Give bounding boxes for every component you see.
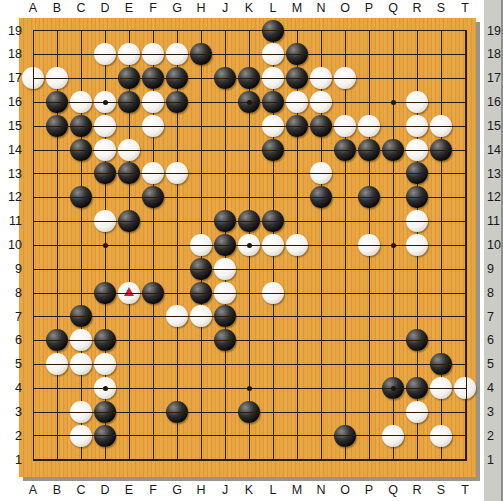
intersection-B15[interactable]: [45, 114, 69, 138]
intersection-B4[interactable]: [45, 376, 69, 400]
intersection-H5[interactable]: [189, 353, 213, 377]
intersection-C10[interactable]: [69, 233, 93, 257]
intersection-P10[interactable]: [357, 233, 381, 257]
intersection-L2[interactable]: [261, 424, 285, 448]
intersection-D9[interactable]: [93, 257, 117, 281]
intersection-M1[interactable]: [285, 448, 309, 472]
intersection-S6[interactable]: [429, 329, 453, 353]
intersection-O16[interactable]: [333, 90, 357, 114]
intersection-J8[interactable]: [213, 281, 237, 305]
intersection-C14[interactable]: [69, 138, 93, 162]
intersection-B14[interactable]: [45, 138, 69, 162]
intersection-Q8[interactable]: [381, 281, 405, 305]
intersection-C6[interactable]: [69, 329, 93, 353]
intersection-M8[interactable]: [285, 281, 309, 305]
intersection-R11[interactable]: [405, 210, 429, 234]
intersection-B6[interactable]: [45, 329, 69, 353]
intersection-S1[interactable]: [429, 448, 453, 472]
intersection-L9[interactable]: [261, 257, 285, 281]
intersection-D14[interactable]: [93, 138, 117, 162]
intersection-J16[interactable]: [213, 90, 237, 114]
intersection-K6[interactable]: [237, 329, 261, 353]
intersection-O12[interactable]: [333, 186, 357, 210]
intersection-Q7[interactable]: [381, 305, 405, 329]
intersection-S8[interactable]: [429, 281, 453, 305]
intersection-A11[interactable]: [21, 210, 45, 234]
intersection-G10[interactable]: [165, 233, 189, 257]
intersection-G1[interactable]: [165, 448, 189, 472]
intersection-B5[interactable]: [45, 353, 69, 377]
intersection-M4[interactable]: [285, 376, 309, 400]
intersection-E11[interactable]: [117, 210, 141, 234]
intersection-H14[interactable]: [189, 138, 213, 162]
intersection-A2[interactable]: [21, 424, 45, 448]
intersection-R5[interactable]: [405, 353, 429, 377]
intersection-O11[interactable]: [333, 210, 357, 234]
intersection-L5[interactable]: [261, 353, 285, 377]
intersection-L14[interactable]: [261, 138, 285, 162]
intersection-H8[interactable]: [189, 281, 213, 305]
intersection-M2[interactable]: [285, 424, 309, 448]
intersection-L11[interactable]: [261, 210, 285, 234]
intersection-E1[interactable]: [117, 448, 141, 472]
intersection-Q17[interactable]: [381, 67, 405, 91]
intersection-E9[interactable]: [117, 257, 141, 281]
intersection-T11[interactable]: [453, 210, 477, 234]
intersection-T14[interactable]: [453, 138, 477, 162]
intersection-C13[interactable]: [69, 162, 93, 186]
intersection-M12[interactable]: [285, 186, 309, 210]
intersection-F3[interactable]: [141, 400, 165, 424]
intersection-T9[interactable]: [453, 257, 477, 281]
intersection-R4[interactable]: [405, 376, 429, 400]
intersection-S18[interactable]: [429, 43, 453, 67]
intersection-T10[interactable]: [453, 233, 477, 257]
intersection-P14[interactable]: [357, 138, 381, 162]
intersection-G7[interactable]: [165, 305, 189, 329]
intersection-R3[interactable]: [405, 400, 429, 424]
intersection-B11[interactable]: [45, 210, 69, 234]
intersection-J17[interactable]: [213, 67, 237, 91]
intersection-C2[interactable]: [69, 424, 93, 448]
intersection-C8[interactable]: [69, 281, 93, 305]
intersection-J12[interactable]: [213, 186, 237, 210]
intersection-C9[interactable]: [69, 257, 93, 281]
intersection-S19[interactable]: [429, 19, 453, 43]
intersection-N1[interactable]: [309, 448, 333, 472]
intersection-B8[interactable]: [45, 281, 69, 305]
intersection-F13[interactable]: [141, 162, 165, 186]
intersection-Q11[interactable]: [381, 210, 405, 234]
intersection-Q18[interactable]: [381, 43, 405, 67]
intersection-A10[interactable]: [21, 233, 45, 257]
intersection-J3[interactable]: [213, 400, 237, 424]
intersection-J1[interactable]: [213, 448, 237, 472]
intersection-K5[interactable]: [237, 353, 261, 377]
intersection-S9[interactable]: [429, 257, 453, 281]
intersection-E15[interactable]: [117, 114, 141, 138]
intersection-G5[interactable]: [165, 353, 189, 377]
intersection-P13[interactable]: [357, 162, 381, 186]
intersection-T6[interactable]: [453, 329, 477, 353]
intersection-G17[interactable]: [165, 67, 189, 91]
intersection-C4[interactable]: [69, 376, 93, 400]
intersection-K12[interactable]: [237, 186, 261, 210]
intersection-A5[interactable]: [21, 353, 45, 377]
intersection-P11[interactable]: [357, 210, 381, 234]
intersection-N12[interactable]: [309, 186, 333, 210]
intersection-C17[interactable]: [69, 67, 93, 91]
intersection-M9[interactable]: [285, 257, 309, 281]
intersection-T17[interactable]: [453, 67, 477, 91]
intersection-F18[interactable]: [141, 43, 165, 67]
intersection-M15[interactable]: [285, 114, 309, 138]
intersection-P1[interactable]: [357, 448, 381, 472]
intersection-S5[interactable]: [429, 353, 453, 377]
intersection-L8[interactable]: [261, 281, 285, 305]
intersection-K11[interactable]: [237, 210, 261, 234]
intersection-R8[interactable]: [405, 281, 429, 305]
intersection-S15[interactable]: [429, 114, 453, 138]
intersection-A14[interactable]: [21, 138, 45, 162]
intersection-P17[interactable]: [357, 67, 381, 91]
intersection-F9[interactable]: [141, 257, 165, 281]
intersection-C18[interactable]: [69, 43, 93, 67]
intersection-R9[interactable]: [405, 257, 429, 281]
intersection-T2[interactable]: [453, 424, 477, 448]
intersection-O15[interactable]: [333, 114, 357, 138]
intersection-R18[interactable]: [405, 43, 429, 67]
intersection-B3[interactable]: [45, 400, 69, 424]
intersection-M17[interactable]: [285, 67, 309, 91]
intersection-Q15[interactable]: [381, 114, 405, 138]
intersection-E4[interactable]: [117, 376, 141, 400]
intersection-A8[interactable]: [21, 281, 45, 305]
intersection-H2[interactable]: [189, 424, 213, 448]
intersection-N9[interactable]: [309, 257, 333, 281]
intersection-O4[interactable]: [333, 376, 357, 400]
intersection-G9[interactable]: [165, 257, 189, 281]
intersection-O9[interactable]: [333, 257, 357, 281]
intersection-T16[interactable]: [453, 90, 477, 114]
intersection-F4[interactable]: [141, 376, 165, 400]
intersection-H9[interactable]: [189, 257, 213, 281]
intersection-Q3[interactable]: [381, 400, 405, 424]
intersection-F19[interactable]: [141, 19, 165, 43]
intersection-G8[interactable]: [165, 281, 189, 305]
intersection-C1[interactable]: [69, 448, 93, 472]
intersection-N18[interactable]: [309, 43, 333, 67]
intersection-R2[interactable]: [405, 424, 429, 448]
intersection-L15[interactable]: [261, 114, 285, 138]
intersection-H3[interactable]: [189, 400, 213, 424]
intersection-F17[interactable]: [141, 67, 165, 91]
intersection-H11[interactable]: [189, 210, 213, 234]
intersection-A17[interactable]: [21, 67, 45, 91]
intersection-N10[interactable]: [309, 233, 333, 257]
intersection-D15[interactable]: [93, 114, 117, 138]
intersection-E10[interactable]: [117, 233, 141, 257]
intersection-F6[interactable]: [141, 329, 165, 353]
intersection-N7[interactable]: [309, 305, 333, 329]
intersection-D19[interactable]: [93, 19, 117, 43]
intersection-H19[interactable]: [189, 19, 213, 43]
intersection-F11[interactable]: [141, 210, 165, 234]
intersection-D18[interactable]: [93, 43, 117, 67]
intersection-J6[interactable]: [213, 329, 237, 353]
intersection-O6[interactable]: [333, 329, 357, 353]
intersection-K9[interactable]: [237, 257, 261, 281]
intersection-L16[interactable]: [261, 90, 285, 114]
intersection-Q13[interactable]: [381, 162, 405, 186]
intersection-H15[interactable]: [189, 114, 213, 138]
intersection-A16[interactable]: [21, 90, 45, 114]
intersection-O10[interactable]: [333, 233, 357, 257]
intersection-G3[interactable]: [165, 400, 189, 424]
intersection-Q1[interactable]: [381, 448, 405, 472]
intersection-R16[interactable]: [405, 90, 429, 114]
intersection-F8[interactable]: [141, 281, 165, 305]
intersection-P5[interactable]: [357, 353, 381, 377]
intersection-N19[interactable]: [309, 19, 333, 43]
intersection-O19[interactable]: [333, 19, 357, 43]
intersection-D7[interactable]: [93, 305, 117, 329]
intersection-H7[interactable]: [189, 305, 213, 329]
intersection-G4[interactable]: [165, 376, 189, 400]
intersection-L12[interactable]: [261, 186, 285, 210]
intersection-E14[interactable]: [117, 138, 141, 162]
intersection-D2[interactable]: [93, 424, 117, 448]
intersection-G12[interactable]: [165, 186, 189, 210]
intersection-B17[interactable]: [45, 67, 69, 91]
intersection-H18[interactable]: [189, 43, 213, 67]
intersection-H16[interactable]: [189, 90, 213, 114]
intersection-A4[interactable]: [21, 376, 45, 400]
intersection-S14[interactable]: [429, 138, 453, 162]
intersection-R7[interactable]: [405, 305, 429, 329]
intersection-A13[interactable]: [21, 162, 45, 186]
intersection-P7[interactable]: [357, 305, 381, 329]
intersection-F14[interactable]: [141, 138, 165, 162]
intersection-B7[interactable]: [45, 305, 69, 329]
intersection-P8[interactable]: [357, 281, 381, 305]
intersection-K2[interactable]: [237, 424, 261, 448]
intersection-G16[interactable]: [165, 90, 189, 114]
intersection-N11[interactable]: [309, 210, 333, 234]
intersection-T3[interactable]: [453, 400, 477, 424]
intersection-M7[interactable]: [285, 305, 309, 329]
intersection-J11[interactable]: [213, 210, 237, 234]
intersection-J10[interactable]: [213, 233, 237, 257]
intersection-O1[interactable]: [333, 448, 357, 472]
intersection-P19[interactable]: [357, 19, 381, 43]
intersection-R19[interactable]: [405, 19, 429, 43]
intersection-C5[interactable]: [69, 353, 93, 377]
intersection-P16[interactable]: [357, 90, 381, 114]
intersection-O3[interactable]: [333, 400, 357, 424]
intersection-L1[interactable]: [261, 448, 285, 472]
intersection-G18[interactable]: [165, 43, 189, 67]
intersection-G13[interactable]: [165, 162, 189, 186]
intersection-B12[interactable]: [45, 186, 69, 210]
intersection-F7[interactable]: [141, 305, 165, 329]
intersection-T4[interactable]: [453, 376, 477, 400]
intersection-G19[interactable]: [165, 19, 189, 43]
intersection-C11[interactable]: [69, 210, 93, 234]
intersection-Q6[interactable]: [381, 329, 405, 353]
intersection-K8[interactable]: [237, 281, 261, 305]
intersection-C19[interactable]: [69, 19, 93, 43]
intersection-K13[interactable]: [237, 162, 261, 186]
intersection-A18[interactable]: [21, 43, 45, 67]
intersection-E16[interactable]: [117, 90, 141, 114]
intersection-L3[interactable]: [261, 400, 285, 424]
intersection-P9[interactable]: [357, 257, 381, 281]
intersection-K7[interactable]: [237, 305, 261, 329]
intersection-S2[interactable]: [429, 424, 453, 448]
intersection-M18[interactable]: [285, 43, 309, 67]
intersection-N6[interactable]: [309, 329, 333, 353]
intersection-H10[interactable]: [189, 233, 213, 257]
intersection-J14[interactable]: [213, 138, 237, 162]
intersection-N4[interactable]: [309, 376, 333, 400]
intersection-J2[interactable]: [213, 424, 237, 448]
intersection-Q5[interactable]: [381, 353, 405, 377]
intersection-L7[interactable]: [261, 305, 285, 329]
intersection-S16[interactable]: [429, 90, 453, 114]
intersection-J19[interactable]: [213, 19, 237, 43]
intersection-N3[interactable]: [309, 400, 333, 424]
intersection-S4[interactable]: [429, 376, 453, 400]
intersection-P6[interactable]: [357, 329, 381, 353]
intersection-G6[interactable]: [165, 329, 189, 353]
intersection-O7[interactable]: [333, 305, 357, 329]
intersection-D11[interactable]: [93, 210, 117, 234]
intersection-D8[interactable]: [93, 281, 117, 305]
intersection-F1[interactable]: [141, 448, 165, 472]
intersection-P15[interactable]: [357, 114, 381, 138]
intersection-N5[interactable]: [309, 353, 333, 377]
intersection-A6[interactable]: [21, 329, 45, 353]
intersection-B16[interactable]: [45, 90, 69, 114]
intersection-R15[interactable]: [405, 114, 429, 138]
intersection-K3[interactable]: [237, 400, 261, 424]
intersection-L17[interactable]: [261, 67, 285, 91]
intersection-G15[interactable]: [165, 114, 189, 138]
intersection-T7[interactable]: [453, 305, 477, 329]
intersection-B10[interactable]: [45, 233, 69, 257]
intersection-O13[interactable]: [333, 162, 357, 186]
intersection-B19[interactable]: [45, 19, 69, 43]
intersection-E5[interactable]: [117, 353, 141, 377]
intersection-A19[interactable]: [21, 19, 45, 43]
intersection-R14[interactable]: [405, 138, 429, 162]
intersection-P4[interactable]: [357, 376, 381, 400]
intersection-E19[interactable]: [117, 19, 141, 43]
intersection-B2[interactable]: [45, 424, 69, 448]
intersection-H13[interactable]: [189, 162, 213, 186]
intersection-S10[interactable]: [429, 233, 453, 257]
intersection-J9[interactable]: [213, 257, 237, 281]
intersection-R12[interactable]: [405, 186, 429, 210]
intersection-D1[interactable]: [93, 448, 117, 472]
intersection-E12[interactable]: [117, 186, 141, 210]
intersection-K1[interactable]: [237, 448, 261, 472]
intersection-J4[interactable]: [213, 376, 237, 400]
intersection-S7[interactable]: [429, 305, 453, 329]
intersection-O17[interactable]: [333, 67, 357, 91]
intersection-M6[interactable]: [285, 329, 309, 353]
intersection-S12[interactable]: [429, 186, 453, 210]
intersection-D3[interactable]: [93, 400, 117, 424]
intersection-T19[interactable]: [453, 19, 477, 43]
intersection-F16[interactable]: [141, 90, 165, 114]
intersection-Q9[interactable]: [381, 257, 405, 281]
intersection-C3[interactable]: [69, 400, 93, 424]
intersection-S13[interactable]: [429, 162, 453, 186]
intersection-G14[interactable]: [165, 138, 189, 162]
intersection-S17[interactable]: [429, 67, 453, 91]
intersection-N16[interactable]: [309, 90, 333, 114]
intersection-J15[interactable]: [213, 114, 237, 138]
intersection-R1[interactable]: [405, 448, 429, 472]
intersection-B18[interactable]: [45, 43, 69, 67]
intersection-J7[interactable]: [213, 305, 237, 329]
intersection-A12[interactable]: [21, 186, 45, 210]
intersection-L10[interactable]: [261, 233, 285, 257]
intersection-K17[interactable]: [237, 67, 261, 91]
intersection-E8[interactable]: [117, 281, 141, 305]
intersection-F15[interactable]: [141, 114, 165, 138]
intersection-H12[interactable]: [189, 186, 213, 210]
intersection-E13[interactable]: [117, 162, 141, 186]
intersection-O2[interactable]: [333, 424, 357, 448]
intersection-R13[interactable]: [405, 162, 429, 186]
intersection-H1[interactable]: [189, 448, 213, 472]
intersection-Q14[interactable]: [381, 138, 405, 162]
intersection-G11[interactable]: [165, 210, 189, 234]
intersection-N14[interactable]: [309, 138, 333, 162]
intersection-A1[interactable]: [21, 448, 45, 472]
intersection-C12[interactable]: [69, 186, 93, 210]
intersection-O5[interactable]: [333, 353, 357, 377]
intersection-C16[interactable]: [69, 90, 93, 114]
intersection-T13[interactable]: [453, 162, 477, 186]
intersection-M19[interactable]: [285, 19, 309, 43]
intersection-L4[interactable]: [261, 376, 285, 400]
intersection-N15[interactable]: [309, 114, 333, 138]
intersection-T12[interactable]: [453, 186, 477, 210]
intersection-L13[interactable]: [261, 162, 285, 186]
intersection-E6[interactable]: [117, 329, 141, 353]
intersection-D13[interactable]: [93, 162, 117, 186]
intersection-Q2[interactable]: [381, 424, 405, 448]
intersection-T5[interactable]: [453, 353, 477, 377]
intersection-L18[interactable]: [261, 43, 285, 67]
intersection-B1[interactable]: [45, 448, 69, 472]
intersection-H6[interactable]: [189, 329, 213, 353]
intersection-K14[interactable]: [237, 138, 261, 162]
intersection-R6[interactable]: [405, 329, 429, 353]
intersection-S11[interactable]: [429, 210, 453, 234]
intersection-H4[interactable]: [189, 376, 213, 400]
intersection-E3[interactable]: [117, 400, 141, 424]
intersection-T15[interactable]: [453, 114, 477, 138]
intersection-M16[interactable]: [285, 90, 309, 114]
intersection-D17[interactable]: [93, 67, 117, 91]
intersection-E2[interactable]: [117, 424, 141, 448]
intersection-N8[interactable]: [309, 281, 333, 305]
